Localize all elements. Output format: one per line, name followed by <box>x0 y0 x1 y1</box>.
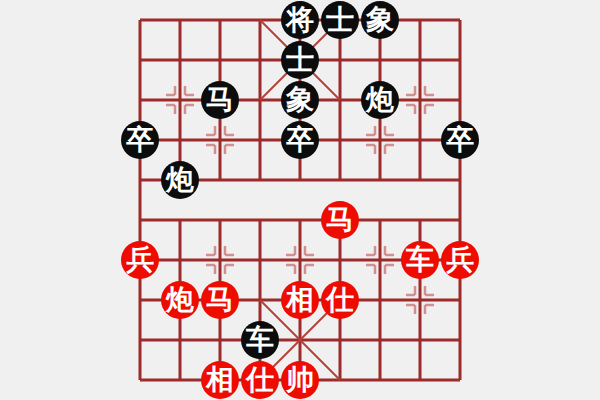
piece-black-horse[interactable]: 马 <box>201 81 239 119</box>
piece-red-soldier[interactable]: 兵 <box>121 241 159 279</box>
piece-red-horse[interactable]: 马 <box>321 201 359 239</box>
piece-red-horse[interactable]: 马 <box>201 281 239 319</box>
piece-black-soldier[interactable]: 卒 <box>441 121 479 159</box>
piece-black-cannon[interactable]: 炮 <box>161 161 199 199</box>
piece-black-elephant[interactable]: 象 <box>361 1 399 39</box>
pieces-layer: 将士象士马象炮卒卒卒炮车马兵车兵炮马相仕相仕帅 <box>0 0 600 400</box>
piece-black-cannon[interactable]: 炮 <box>361 81 399 119</box>
piece-red-advisor[interactable]: 仕 <box>321 281 359 319</box>
piece-black-soldier[interactable]: 卒 <box>121 121 159 159</box>
piece-red-elephant[interactable]: 相 <box>281 281 319 319</box>
piece-red-soldier[interactable]: 兵 <box>441 241 479 279</box>
piece-black-advisor[interactable]: 士 <box>281 41 319 79</box>
piece-red-general[interactable]: 帅 <box>281 361 319 399</box>
piece-red-chariot[interactable]: 车 <box>401 241 439 279</box>
xiangqi-board[interactable]: 将士象士马象炮卒卒卒炮车马兵车兵炮马相仕相仕帅 <box>0 0 600 400</box>
piece-red-cannon[interactable]: 炮 <box>161 281 199 319</box>
piece-black-advisor[interactable]: 士 <box>321 1 359 39</box>
piece-black-general[interactable]: 将 <box>281 1 319 39</box>
piece-black-chariot[interactable]: 车 <box>241 321 279 359</box>
piece-black-soldier[interactable]: 卒 <box>281 121 319 159</box>
piece-red-elephant[interactable]: 相 <box>201 361 239 399</box>
piece-black-elephant[interactable]: 象 <box>281 81 319 119</box>
piece-red-advisor[interactable]: 仕 <box>241 361 279 399</box>
